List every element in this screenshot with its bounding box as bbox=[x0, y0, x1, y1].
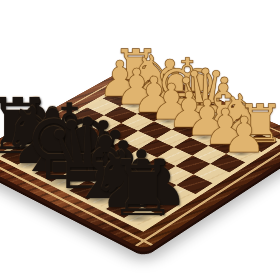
piece-shadow bbox=[243, 140, 271, 148]
piece-shadow bbox=[118, 212, 158, 224]
chess-set-photo: ♜♞♝♚♛♝♞♜♟♟♟♟♟♟♟♟♟♟♟♟♟♟♟♟♜♞♝♚♛♝♞♜ bbox=[0, 0, 280, 280]
piece-shadow bbox=[121, 193, 155, 203]
piece-shadow bbox=[204, 123, 235, 132]
piece-shadow bbox=[140, 202, 174, 212]
